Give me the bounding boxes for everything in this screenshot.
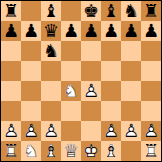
piece-black-bishop[interactable]: ♝: [101, 1, 121, 21]
piece-white-rook[interactable]: ♜♖: [1, 141, 21, 161]
black-piece-glyph: ♜: [141, 1, 161, 21]
square-h2[interactable]: ♟♙: [141, 121, 161, 141]
square-h8[interactable]: ♜: [141, 1, 161, 21]
black-piece-glyph: ♟: [141, 21, 161, 41]
square-g1[interactable]: [121, 141, 141, 161]
black-piece-glyph: ♞: [121, 1, 141, 21]
piece-black-pawn[interactable]: ♟: [1, 21, 21, 41]
square-h5[interactable]: [141, 61, 161, 81]
square-d4[interactable]: ♞♘: [61, 81, 81, 101]
square-c2[interactable]: ♟♙: [41, 121, 61, 141]
square-c5[interactable]: [41, 61, 61, 81]
square-c6[interactable]: ♞: [41, 41, 61, 61]
white-piece-outline-glyph: ♙: [21, 121, 41, 141]
square-f3[interactable]: [101, 101, 121, 121]
black-piece-glyph: ♚: [81, 1, 101, 21]
piece-white-bishop[interactable]: ♝♗: [101, 141, 121, 161]
black-piece-glyph: ♟: [61, 21, 81, 41]
square-d7[interactable]: ♟: [61, 21, 81, 41]
square-b3[interactable]: [21, 101, 41, 121]
piece-white-pawn[interactable]: ♟♙: [101, 121, 121, 141]
square-d6[interactable]: [61, 41, 81, 61]
black-piece-glyph: ♟: [21, 21, 41, 41]
square-e5[interactable]: [81, 61, 101, 81]
square-g8[interactable]: ♞: [121, 1, 141, 21]
square-f1[interactable]: ♝♗: [101, 141, 121, 161]
square-f2[interactable]: ♟♙: [101, 121, 121, 141]
square-g7[interactable]: ♟: [121, 21, 141, 41]
piece-black-rook[interactable]: ♜: [1, 1, 21, 21]
square-h4[interactable]: [141, 81, 161, 101]
square-f5[interactable]: [101, 61, 121, 81]
square-a1[interactable]: ♜♖: [1, 141, 21, 161]
piece-black-pawn[interactable]: ♟: [101, 21, 121, 41]
square-c1[interactable]: ♝♗: [41, 141, 61, 161]
square-c7[interactable]: ♛: [41, 21, 61, 41]
piece-white-knight[interactable]: ♞♘: [21, 141, 41, 161]
white-piece-outline-glyph: ♗: [41, 141, 61, 161]
square-h6[interactable]: [141, 41, 161, 61]
square-b7[interactable]: ♟: [21, 21, 41, 41]
square-f4[interactable]: [101, 81, 121, 101]
piece-black-rook[interactable]: ♜: [141, 1, 161, 21]
black-piece-glyph: ♟: [101, 21, 121, 41]
square-a3[interactable]: [1, 101, 21, 121]
square-b6[interactable]: [21, 41, 41, 61]
square-a6[interactable]: [1, 41, 21, 61]
square-b5[interactable]: [21, 61, 41, 81]
black-piece-glyph: ♜: [1, 1, 21, 21]
square-d8[interactable]: [61, 1, 81, 21]
square-h7[interactable]: ♟: [141, 21, 161, 41]
square-a2[interactable]: ♟♙: [1, 121, 21, 141]
piece-black-queen[interactable]: ♛: [41, 21, 61, 41]
square-g5[interactable]: [121, 61, 141, 81]
white-piece-outline-glyph: ♙: [141, 121, 161, 141]
black-piece-glyph: ♟: [1, 21, 21, 41]
square-h1[interactable]: ♜♖: [141, 141, 161, 161]
white-piece-outline-glyph: ♙: [121, 121, 141, 141]
chess-board: ♜♝♚♝♞♜♟♟♛♟♟♟♟♟♞♞♘♟♙♟♙♟♙♟♙♟♙♟♙♟♙♜♖♞♘♝♗♛♕♚…: [1, 1, 161, 161]
black-piece-glyph: ♝: [41, 1, 61, 21]
white-piece-outline-glyph: ♖: [1, 141, 21, 161]
square-b2[interactable]: ♟♙: [21, 121, 41, 141]
square-c4[interactable]: [41, 81, 61, 101]
chess-board-frame: ♜♝♚♝♞♜♟♟♛♟♟♟♟♟♞♞♘♟♙♟♙♟♙♟♙♟♙♟♙♟♙♜♖♞♘♝♗♛♕♚…: [0, 0, 162, 162]
black-piece-glyph: ♞: [41, 41, 61, 61]
piece-white-pawn[interactable]: ♟♙: [41, 121, 61, 141]
white-piece-outline-glyph: ♙: [41, 121, 61, 141]
piece-white-pawn[interactable]: ♟♙: [141, 121, 161, 141]
piece-black-pawn[interactable]: ♟: [61, 21, 81, 41]
square-b1[interactable]: ♞♘: [21, 141, 41, 161]
square-e7[interactable]: ♟: [81, 21, 101, 41]
square-e2[interactable]: [81, 121, 101, 141]
white-piece-outline-glyph: ♗: [101, 141, 121, 161]
square-b8[interactable]: [21, 1, 41, 21]
square-a4[interactable]: [1, 81, 21, 101]
square-a8[interactable]: ♜: [1, 1, 21, 21]
square-f6[interactable]: [101, 41, 121, 61]
white-piece-outline-glyph: ♕: [61, 141, 81, 161]
square-g6[interactable]: [121, 41, 141, 61]
piece-black-pawn[interactable]: ♟: [121, 21, 141, 41]
square-f7[interactable]: ♟: [101, 21, 121, 41]
piece-black-pawn[interactable]: ♟: [81, 21, 101, 41]
piece-black-pawn[interactable]: ♟: [141, 21, 161, 41]
square-b4[interactable]: [21, 81, 41, 101]
square-e1[interactable]: ♚♔: [81, 141, 101, 161]
square-a5[interactable]: [1, 61, 21, 81]
black-piece-glyph: ♝: [101, 1, 121, 21]
square-c8[interactable]: ♝: [41, 1, 61, 21]
square-e6[interactable]: [81, 41, 101, 61]
black-piece-glyph: ♟: [121, 21, 141, 41]
square-h3[interactable]: [141, 101, 161, 121]
white-piece-outline-glyph: ♘: [21, 141, 41, 161]
square-c3[interactable]: [41, 101, 61, 121]
square-d3[interactable]: [61, 101, 81, 121]
piece-white-bishop[interactable]: ♝♗: [41, 141, 61, 161]
square-d5[interactable]: [61, 61, 81, 81]
square-e8[interactable]: ♚: [81, 1, 101, 21]
piece-white-pawn[interactable]: ♟♙: [21, 121, 41, 141]
piece-white-rook[interactable]: ♜♖: [141, 141, 161, 161]
white-piece-outline-glyph: ♖: [141, 141, 161, 161]
piece-black-bishop[interactable]: ♝: [41, 1, 61, 21]
square-g2[interactable]: ♟♙: [121, 121, 141, 141]
piece-white-pawn[interactable]: ♟♙: [121, 121, 141, 141]
piece-black-king[interactable]: ♚: [81, 1, 101, 21]
piece-white-king[interactable]: ♚♔: [81, 141, 101, 161]
white-piece-outline-glyph: ♔: [81, 141, 101, 161]
black-piece-glyph: ♟: [81, 21, 101, 41]
white-piece-outline-glyph: ♘: [61, 81, 81, 101]
square-a7[interactable]: ♟: [1, 21, 21, 41]
square-e4[interactable]: ♟♙: [81, 81, 101, 101]
black-piece-glyph: ♛: [41, 21, 61, 41]
square-e3[interactable]: [81, 101, 101, 121]
white-piece-outline-glyph: ♙: [81, 81, 101, 101]
piece-white-knight[interactable]: ♞♘: [61, 81, 81, 101]
square-d1[interactable]: ♛♕: [61, 141, 81, 161]
piece-white-queen[interactable]: ♛♕: [61, 141, 81, 161]
white-piece-outline-glyph: ♙: [101, 121, 121, 141]
piece-white-pawn[interactable]: ♟♙: [81, 81, 101, 101]
piece-black-knight[interactable]: ♞: [41, 41, 61, 61]
piece-black-pawn[interactable]: ♟: [21, 21, 41, 41]
square-d2[interactable]: [61, 121, 81, 141]
piece-black-knight[interactable]: ♞: [121, 1, 141, 21]
piece-white-pawn[interactable]: ♟♙: [1, 121, 21, 141]
square-g3[interactable]: [121, 101, 141, 121]
square-g4[interactable]: [121, 81, 141, 101]
square-f8[interactable]: ♝: [101, 1, 121, 21]
white-piece-outline-glyph: ♙: [1, 121, 21, 141]
